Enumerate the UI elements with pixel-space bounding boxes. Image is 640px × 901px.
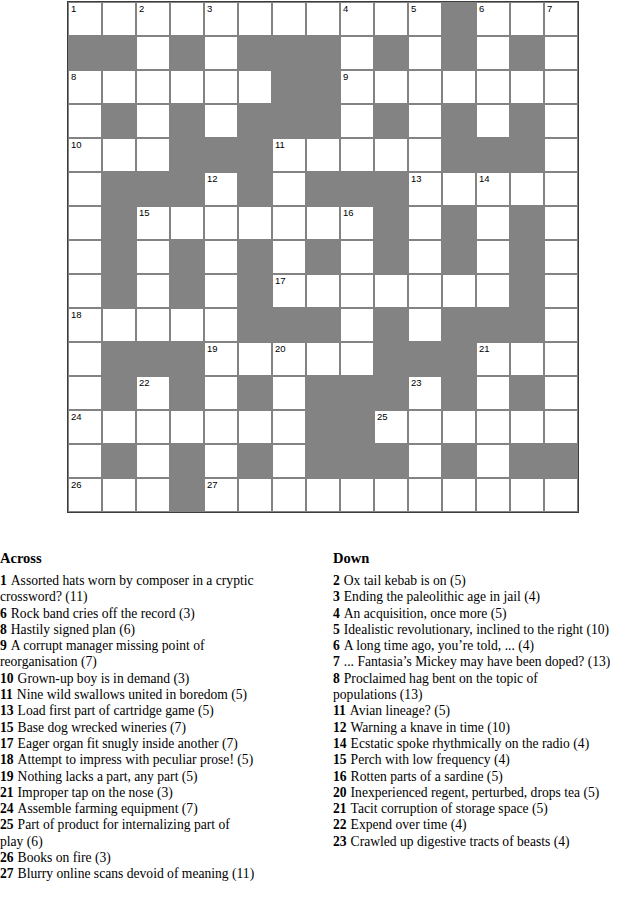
- across-clue-list: 1Assorted hats worn by composer in a cry…: [0, 573, 333, 883]
- clue-number: 2: [333, 573, 340, 588]
- clue-number: 8: [0, 622, 7, 637]
- clue-number: 8: [333, 671, 340, 686]
- block-cell-r13c9: [341, 411, 373, 443]
- cell-r10c5[interactable]: [205, 309, 237, 341]
- cell-r9c15[interactable]: [545, 275, 577, 307]
- cell-r9c8[interactable]: [307, 275, 339, 307]
- cell-r10c1[interactable]: 18: [69, 309, 101, 341]
- cell-number-8: 8: [71, 71, 76, 82]
- across-clue-15: 15Base dog wrecked wineries (7): [0, 720, 333, 736]
- cell-r5c10[interactable]: [375, 139, 407, 171]
- cell-number-7: 7: [547, 3, 552, 14]
- block-cell-r5c6: [239, 139, 271, 171]
- block-cell-r12c14: [511, 377, 543, 409]
- cell-number-13: 13: [411, 173, 422, 184]
- clue-number: 1: [0, 573, 7, 588]
- across-clue-24: 24Assemble farming equipment (7): [0, 801, 333, 817]
- cell-r9c10[interactable]: [375, 275, 407, 307]
- cell-number-12: 12: [207, 173, 218, 184]
- cell-r13c4[interactable]: [171, 411, 203, 443]
- cell-r7c13[interactable]: [477, 207, 509, 239]
- block-cell-r15c4: [171, 479, 203, 511]
- clue-text: Proclaimed hag bent on the topic of popu…: [333, 671, 538, 702]
- cell-r1c13[interactable]: 6: [477, 3, 509, 35]
- cell-r10c4[interactable]: [171, 309, 203, 341]
- clue-text: Ecstatic spoke rhythmically on the radio…: [351, 736, 590, 751]
- clue-number: 22: [333, 817, 347, 832]
- cell-r1c4[interactable]: [171, 3, 203, 35]
- block-cell-r12c8: [307, 377, 339, 409]
- cell-r13c12[interactable]: [443, 411, 475, 443]
- block-cell-r12c2: [103, 377, 135, 409]
- cell-r6c12[interactable]: [443, 173, 475, 205]
- down-clue-5: 5Idealistic revolutionary, inclined to t…: [333, 622, 640, 638]
- cell-r1c14[interactable]: [511, 3, 543, 35]
- cell-number-6: 6: [479, 3, 484, 14]
- cell-r11c9[interactable]: [341, 343, 373, 375]
- cell-r12c3[interactable]: 22: [137, 377, 169, 409]
- across-clue-18: 18Attempt to impress with peculiar prose…: [0, 752, 333, 768]
- cell-r12c11[interactable]: 23: [409, 377, 441, 409]
- cell-r8c13[interactable]: [477, 241, 509, 273]
- clue-text: Eager organ fit snugly inside another (7…: [18, 736, 238, 751]
- across-clue-13: 13Load first part of cartridge game (5): [0, 703, 333, 719]
- cell-r3c1[interactable]: 8: [69, 71, 101, 103]
- cell-number-23: 23: [411, 377, 422, 388]
- down-clues-column: Down 2Ox tail kebab is on (5)3Ending the…: [333, 550, 640, 883]
- clue-number: 12: [333, 720, 347, 735]
- cell-r8c15[interactable]: [545, 241, 577, 273]
- cell-r12c5[interactable]: [205, 377, 237, 409]
- cell-r5c1[interactable]: 10: [69, 139, 101, 171]
- cell-r7c7[interactable]: [273, 207, 305, 239]
- block-cell-r6c3: [137, 173, 169, 205]
- down-clue-7: 7... Fantasia’s Mickey may have been dop…: [333, 654, 640, 670]
- block-cell-r10c12: [443, 309, 475, 341]
- clue-number: 25: [0, 817, 14, 832]
- block-cell-r3c7: [273, 71, 305, 103]
- cell-r6c15[interactable]: [545, 173, 577, 205]
- cell-r3c3[interactable]: [137, 71, 169, 103]
- block-cell-r2c14: [511, 37, 543, 69]
- cell-r1c15[interactable]: 7: [545, 3, 577, 35]
- cell-r11c1[interactable]: [69, 343, 101, 375]
- cell-r6c14[interactable]: [511, 173, 543, 205]
- clue-text: Grown-up boy is in demand (3): [18, 671, 190, 686]
- clue-number: 13: [0, 703, 14, 718]
- block-cell-r14c4: [171, 445, 203, 477]
- clue-text: Tacit corruption of storage space (5): [351, 801, 548, 816]
- cell-r9c11[interactable]: [409, 275, 441, 307]
- block-cell-r8c12: [443, 241, 475, 273]
- across-clue-21: 21Improper tap on the nose (3): [0, 785, 333, 801]
- cell-r7c11[interactable]: [409, 207, 441, 239]
- clue-number: 21: [333, 801, 347, 816]
- cell-r9c7[interactable]: 17: [273, 275, 305, 307]
- clue-number: 3: [333, 589, 340, 604]
- down-clue-3: 3Ending the paleolithic age in jail (4): [333, 589, 640, 605]
- block-cell-r13c8: [307, 411, 339, 443]
- block-cell-r8c14: [511, 241, 543, 273]
- block-cell-r7c2: [103, 207, 135, 239]
- cell-r13c1[interactable]: 24: [69, 411, 101, 443]
- cell-r8c9[interactable]: [341, 241, 373, 273]
- clue-text: Assemble farming equipment (7): [18, 801, 198, 816]
- block-cell-r10c6: [239, 309, 271, 341]
- down-clue-list: 2Ox tail kebab is on (5)3Ending the pale…: [333, 573, 640, 850]
- cell-r11c5[interactable]: 19: [205, 343, 237, 375]
- across-clue-19: 19Nothing lacks a part, any part (5): [0, 769, 333, 785]
- clue-text: An acquisition, once more (5): [344, 606, 507, 621]
- cell-r12c7[interactable]: [273, 377, 305, 409]
- cell-r15c14[interactable]: [511, 479, 543, 511]
- cell-number-4: 4: [343, 3, 348, 14]
- block-cell-r9c6: [239, 275, 271, 307]
- cell-r5c15[interactable]: [545, 139, 577, 171]
- crossword-page: 1234567891011121314151617181920212223242…: [0, 0, 640, 901]
- cell-r7c15[interactable]: [545, 207, 577, 239]
- block-cell-r8c2: [103, 241, 135, 273]
- cell-r7c4[interactable]: [171, 207, 203, 239]
- clue-number: 14: [333, 736, 347, 751]
- clue-text: Load first part of cartridge game (5): [18, 703, 214, 718]
- cell-r15c3[interactable]: [137, 479, 169, 511]
- across-clue-11: 11Nine wild swallows united in boredom (…: [0, 687, 333, 703]
- cell-r13c2[interactable]: [103, 411, 135, 443]
- cell-r11c6[interactable]: [239, 343, 271, 375]
- cell-number-2: 2: [139, 3, 144, 14]
- across-clue-10: 10Grown-up boy is in demand (3): [0, 671, 333, 687]
- cell-r11c8[interactable]: [307, 343, 339, 375]
- clue-text: Nine wild swallows united in boredom (5): [17, 687, 247, 702]
- clue-number: 10: [0, 671, 14, 686]
- clue-text: Hastily signed plan (6): [11, 622, 135, 637]
- cell-r9c13[interactable]: [477, 275, 509, 307]
- cell-r12c13[interactable]: [477, 377, 509, 409]
- cell-r5c7[interactable]: 11: [273, 139, 305, 171]
- cell-r2c13[interactable]: [477, 37, 509, 69]
- block-cell-r5c14: [511, 139, 543, 171]
- block-cell-r2c2: [103, 37, 135, 69]
- block-cell-r14c14: [511, 445, 543, 477]
- cell-r13c3[interactable]: [137, 411, 169, 443]
- cell-r9c9[interactable]: [341, 275, 373, 307]
- block-cell-r12c9: [341, 377, 373, 409]
- clue-text: A long time ago, you’re told, ... (4): [344, 638, 534, 653]
- block-cell-r4c12: [443, 105, 475, 137]
- block-cell-r14c2: [103, 445, 135, 477]
- cell-r11c7[interactable]: 20: [273, 343, 305, 375]
- clue-text: Idealistic revolutionary, inclined to th…: [344, 622, 609, 637]
- cell-number-27: 27: [207, 479, 218, 490]
- down-clue-21: 21Tacit corruption of storage space (5): [333, 801, 640, 817]
- cell-r15c11[interactable]: [409, 479, 441, 511]
- cell-r10c3[interactable]: [137, 309, 169, 341]
- cell-r15c10[interactable]: [375, 479, 407, 511]
- cell-r14c13[interactable]: [477, 445, 509, 477]
- cell-r9c12[interactable]: [443, 275, 475, 307]
- block-cell-r8c8: [307, 241, 339, 273]
- block-cell-r10c10: [375, 309, 407, 341]
- cell-r3c10[interactable]: [375, 71, 407, 103]
- crossword-grid: 1234567891011121314151617181920212223242…: [67, 1, 579, 513]
- cell-r4c15[interactable]: [545, 105, 577, 137]
- cell-r14c7[interactable]: [273, 445, 305, 477]
- cell-r4c3[interactable]: [137, 105, 169, 137]
- cell-r14c5[interactable]: [205, 445, 237, 477]
- cell-r6c1[interactable]: [69, 173, 101, 205]
- cell-r1c2[interactable]: [103, 3, 135, 35]
- cell-r1c5[interactable]: 3: [205, 3, 237, 35]
- cell-r3c14[interactable]: [511, 71, 543, 103]
- cell-r5c3[interactable]: [137, 139, 169, 171]
- clue-number: 24: [0, 801, 14, 816]
- block-cell-r8c4: [171, 241, 203, 273]
- cell-r15c6[interactable]: [239, 479, 271, 511]
- cell-r12c15[interactable]: [545, 377, 577, 409]
- cell-r1c11[interactable]: 5: [409, 3, 441, 35]
- block-cell-r3c8: [307, 71, 339, 103]
- cell-r3c13[interactable]: [477, 71, 509, 103]
- block-cell-r6c4: [171, 173, 203, 205]
- cell-r2c11[interactable]: [409, 37, 441, 69]
- clue-text: Ox tail kebab is on (5): [344, 573, 466, 588]
- clue-text: Assorted hats worn by composer in a cryp…: [0, 573, 254, 604]
- cell-r7c5[interactable]: [205, 207, 237, 239]
- cell-r5c2[interactable]: [103, 139, 135, 171]
- block-cell-r11c10: [375, 343, 407, 375]
- cell-r4c5[interactable]: [205, 105, 237, 137]
- cell-r3c5[interactable]: [205, 71, 237, 103]
- cell-r14c11[interactable]: [409, 445, 441, 477]
- cell-r9c5[interactable]: [205, 275, 237, 307]
- block-cell-r4c6: [239, 105, 271, 137]
- cell-r10c9[interactable]: [341, 309, 373, 341]
- clue-number: 21: [0, 785, 14, 800]
- block-cell-r4c7: [273, 105, 305, 137]
- cell-number-16: 16: [343, 207, 354, 218]
- cell-r15c5[interactable]: 27: [205, 479, 237, 511]
- block-cell-r6c10: [375, 173, 407, 205]
- down-clue-11: 11Avian lineage? (5): [333, 703, 640, 719]
- block-cell-r10c7: [273, 309, 305, 341]
- clue-number: 11: [0, 687, 13, 702]
- cell-r15c1[interactable]: 26: [69, 479, 101, 511]
- cell-r3c12[interactable]: [443, 71, 475, 103]
- cell-number-3: 3: [207, 3, 212, 14]
- block-cell-r10c13: [477, 309, 509, 341]
- cell-r3c4[interactable]: [171, 71, 203, 103]
- clue-text: Inexperienced regent, perturbed, drops t…: [351, 785, 600, 800]
- block-cell-r6c8: [307, 173, 339, 205]
- across-clue-6: 6Rock band cries off the record (3): [0, 606, 333, 622]
- across-clue-25: 25Part of product for internalizing part…: [0, 817, 333, 850]
- cell-r3c11[interactable]: [409, 71, 441, 103]
- clue-text: Warning a knave in time (10): [351, 720, 510, 735]
- cell-r13c13[interactable]: [477, 411, 509, 443]
- cell-r1c6[interactable]: [239, 3, 271, 35]
- cell-number-15: 15: [139, 207, 150, 218]
- cell-r7c3[interactable]: 15: [137, 207, 169, 239]
- cell-r11c13[interactable]: 21: [477, 343, 509, 375]
- cell-r12c1[interactable]: [69, 377, 101, 409]
- clue-number: 6: [333, 638, 340, 653]
- cell-number-26: 26: [71, 479, 82, 490]
- cell-number-24: 24: [71, 411, 82, 422]
- clue-text: Crawled up digestive tracts of beasts (4…: [351, 834, 570, 849]
- cell-r4c9[interactable]: [341, 105, 373, 137]
- cell-r13c14[interactable]: [511, 411, 543, 443]
- block-cell-r8c6: [239, 241, 271, 273]
- cell-r13c11[interactable]: [409, 411, 441, 443]
- clue-text: Improper tap on the nose (3): [18, 785, 173, 800]
- cell-r2c9[interactable]: [341, 37, 373, 69]
- cell-r6c5[interactable]: 12: [205, 173, 237, 205]
- cell-r1c3[interactable]: 2: [137, 3, 169, 35]
- block-cell-r12c10: [375, 377, 407, 409]
- cell-r13c10[interactable]: 25: [375, 411, 407, 443]
- cell-r2c3[interactable]: [137, 37, 169, 69]
- cell-r3c9[interactable]: 9: [341, 71, 373, 103]
- clue-text: Attempt to impress with peculiar prose! …: [18, 752, 254, 767]
- block-cell-r4c14: [511, 105, 543, 137]
- cell-number-9: 9: [343, 71, 348, 82]
- cell-r6c11[interactable]: 13: [409, 173, 441, 205]
- cell-r8c7[interactable]: [273, 241, 305, 273]
- cell-r15c13[interactable]: [477, 479, 509, 511]
- block-cell-r2c8: [307, 37, 339, 69]
- block-cell-r14c10: [375, 445, 407, 477]
- block-cell-r10c8: [307, 309, 339, 341]
- clue-number: 18: [0, 752, 14, 767]
- block-cell-r6c6: [239, 173, 271, 205]
- block-cell-r14c6: [239, 445, 271, 477]
- cell-number-21: 21: [479, 343, 490, 354]
- block-cell-r6c2: [103, 173, 135, 205]
- block-cell-r2c7: [273, 37, 305, 69]
- across-clue-1: 1Assorted hats worn by composer in a cry…: [0, 573, 333, 606]
- cell-r3c15[interactable]: [545, 71, 577, 103]
- block-cell-r9c14: [511, 275, 543, 307]
- block-cell-r11c12: [443, 343, 475, 375]
- cell-number-10: 10: [71, 139, 82, 150]
- cell-r1c1[interactable]: 1: [69, 3, 101, 35]
- block-cell-r2c10: [375, 37, 407, 69]
- cell-r15c7[interactable]: [273, 479, 305, 511]
- clue-number: 4: [333, 606, 340, 621]
- cell-r7c8[interactable]: [307, 207, 339, 239]
- cell-number-1: 1: [71, 3, 76, 14]
- clue-text: Expend over time (4): [351, 817, 467, 832]
- cell-r7c1[interactable]: [69, 207, 101, 239]
- cell-r1c10[interactable]: [375, 3, 407, 35]
- block-cell-r7c14: [511, 207, 543, 239]
- block-cell-r5c5: [205, 139, 237, 171]
- cell-r13c6[interactable]: [239, 411, 271, 443]
- across-clue-17: 17Eager organ fit snugly inside another …: [0, 736, 333, 752]
- cell-r1c8[interactable]: [307, 3, 339, 35]
- cell-r8c1[interactable]: [69, 241, 101, 273]
- cell-number-19: 19: [207, 343, 218, 354]
- clue-area: Across 1Assorted hats worn by composer i…: [0, 550, 640, 883]
- across-clue-8: 8Hastily signed plan (6): [0, 622, 333, 638]
- cell-r15c12[interactable]: [443, 479, 475, 511]
- cell-r8c11[interactable]: [409, 241, 441, 273]
- clue-number: 20: [333, 785, 347, 800]
- cell-r11c15[interactable]: [545, 343, 577, 375]
- cell-r9c3[interactable]: [137, 275, 169, 307]
- cell-number-18: 18: [71, 309, 82, 320]
- block-cell-r12c12: [443, 377, 475, 409]
- clue-text: Blurry online scans devoid of meaning (1…: [18, 866, 255, 881]
- block-cell-r4c8: [307, 105, 339, 137]
- cell-r10c11[interactable]: [409, 309, 441, 341]
- block-cell-r11c2: [103, 343, 135, 375]
- cell-r15c2[interactable]: [103, 479, 135, 511]
- block-cell-r2c4: [171, 37, 203, 69]
- across-clue-27: 27Blurry online scans devoid of meaning …: [0, 866, 333, 882]
- down-clue-2: 2Ox tail kebab is on (5): [333, 573, 640, 589]
- block-cell-r12c6: [239, 377, 271, 409]
- cell-r4c1[interactable]: [69, 105, 101, 137]
- clue-number: 9: [0, 638, 7, 653]
- cell-r15c15[interactable]: [545, 479, 577, 511]
- cell-r7c9[interactable]: 16: [341, 207, 373, 239]
- cell-r7c6[interactable]: [239, 207, 271, 239]
- cell-r13c7[interactable]: [273, 411, 305, 443]
- across-heading: Across: [0, 550, 333, 566]
- cell-r1c9[interactable]: 4: [341, 3, 373, 35]
- block-cell-r14c15: [545, 445, 577, 477]
- clue-number: 19: [0, 769, 14, 784]
- cell-r3c6[interactable]: [239, 71, 271, 103]
- cell-r9c1[interactable]: [69, 275, 101, 307]
- cell-r6c13[interactable]: 14: [477, 173, 509, 205]
- block-cell-r2c6: [239, 37, 271, 69]
- cell-r10c15[interactable]: [545, 309, 577, 341]
- cell-r2c5[interactable]: [205, 37, 237, 69]
- clue-text: Books on fire (3): [18, 850, 111, 865]
- block-cell-r14c9: [341, 445, 373, 477]
- cell-r3c2[interactable]: [103, 71, 135, 103]
- block-cell-r11c4: [171, 343, 203, 375]
- block-cell-r1c12: [443, 3, 475, 35]
- cell-r15c8[interactable]: [307, 479, 339, 511]
- cell-r4c13[interactable]: [477, 105, 509, 137]
- cell-r13c5[interactable]: [205, 411, 237, 443]
- cell-r14c1[interactable]: [69, 445, 101, 477]
- clue-number: 23: [333, 834, 347, 849]
- cell-r6c7[interactable]: [273, 173, 305, 205]
- down-clue-8: 8Proclaimed hag bent on the topic of pop…: [333, 671, 640, 704]
- clue-number: 27: [0, 866, 14, 881]
- clue-text: ... Fantasia’s Mickey may have been dope…: [344, 654, 611, 669]
- clue-number: 26: [0, 850, 14, 865]
- cell-r15c9[interactable]: [341, 479, 373, 511]
- cell-r1c7[interactable]: [273, 3, 305, 35]
- cell-r10c2[interactable]: [103, 309, 135, 341]
- cell-r8c3[interactable]: [137, 241, 169, 273]
- cell-r13c15[interactable]: [545, 411, 577, 443]
- cell-r5c9[interactable]: [341, 139, 373, 171]
- cell-r2c15[interactable]: [545, 37, 577, 69]
- cell-r5c8[interactable]: [307, 139, 339, 171]
- cell-r5c11[interactable]: [409, 139, 441, 171]
- cell-r11c14[interactable]: [511, 343, 543, 375]
- cell-r14c3[interactable]: [137, 445, 169, 477]
- cell-r8c5[interactable]: [205, 241, 237, 273]
- cell-r4c11[interactable]: [409, 105, 441, 137]
